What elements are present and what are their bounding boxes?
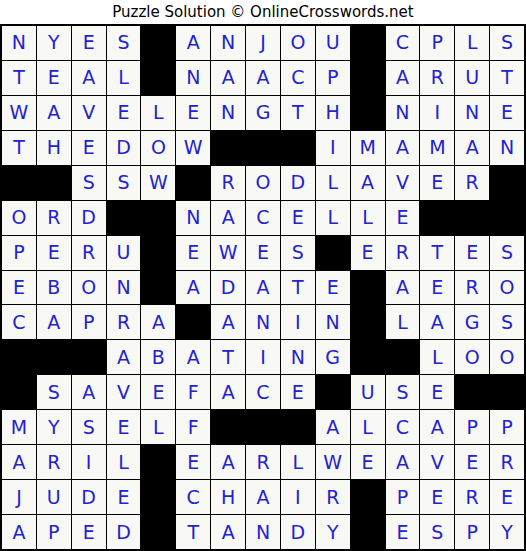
letter-cell-r7c2: E <box>37 236 71 270</box>
letter-cell-r1c13: P <box>420 26 454 60</box>
letter-cell-r7c4: U <box>107 236 141 270</box>
letter-cell-r2c1: T <box>2 61 36 95</box>
letter-cell-r11c5: E <box>141 375 175 409</box>
letter-cell-r9c2: A <box>37 305 71 339</box>
letter-cell-r14c8: A <box>246 480 280 514</box>
letter-cell-r7c6: E <box>176 236 210 270</box>
block-cell-r3c11 <box>351 96 385 130</box>
letter-cell-r7c12: R <box>386 236 420 270</box>
letter-cell-r6c7: A <box>211 201 245 235</box>
letter-cell-r12c1: M <box>2 410 36 444</box>
letter-cell-r6c2: R <box>37 201 71 235</box>
letter-cell-r15c9: D <box>281 515 315 549</box>
letter-cell-r3c14: N <box>455 96 489 130</box>
letter-cell-r9c1: C <box>2 305 36 339</box>
letter-cell-r3c8: G <box>246 96 280 130</box>
letter-cell-r11c6: F <box>176 375 210 409</box>
letter-cell-r10c15: O <box>490 340 524 374</box>
letter-cell-r3c6: E <box>176 96 210 130</box>
letter-cell-r9c15: S <box>490 305 524 339</box>
letter-cell-r8c12: A <box>386 271 420 305</box>
letter-cell-r1c15: S <box>490 26 524 60</box>
letter-cell-r9c10: N <box>316 305 350 339</box>
block-cell-r10c2 <box>37 340 71 374</box>
letter-cell-r10c8: I <box>246 340 280 374</box>
letter-cell-r13c10: W <box>316 445 350 479</box>
letter-cell-r5c7: R <box>211 166 245 200</box>
letter-cell-r12c2: Y <box>37 410 71 444</box>
letter-cell-r15c3: E <box>72 515 106 549</box>
block-cell-r9c6 <box>176 305 210 339</box>
letter-cell-r7c7: W <box>211 236 245 270</box>
letter-cell-r9c8: N <box>246 305 280 339</box>
letter-cell-r4c6: W <box>176 131 210 165</box>
letter-cell-r10c9: N <box>281 340 315 374</box>
letter-cell-r3c9: T <box>281 96 315 130</box>
letter-cell-r8c7: D <box>211 271 245 305</box>
letter-cell-r10c4: A <box>107 340 141 374</box>
block-cell-r12c7 <box>211 410 245 444</box>
letter-cell-r10c7: T <box>211 340 245 374</box>
block-cell-r11c10 <box>316 375 350 409</box>
letter-cell-r11c7: A <box>211 375 245 409</box>
letter-cell-r15c8: N <box>246 515 280 549</box>
letter-cell-r12c5: L <box>141 410 175 444</box>
letter-cell-r7c3: R <box>72 236 106 270</box>
letter-cell-r2c13: R <box>420 61 454 95</box>
block-cell-r4c8 <box>246 131 280 165</box>
letter-cell-r14c6: C <box>176 480 210 514</box>
letter-cell-r15c1: A <box>2 515 36 549</box>
letter-cell-r8c1: E <box>2 271 36 305</box>
letter-cell-r13c8: R <box>246 445 280 479</box>
letter-cell-r11c9: E <box>281 375 315 409</box>
letter-cell-r3c7: N <box>211 96 245 130</box>
block-cell-r15c5 <box>141 515 175 549</box>
letter-cell-r7c13: T <box>420 236 454 270</box>
letter-cell-r15c6: T <box>176 515 210 549</box>
letter-cell-r15c12: E <box>386 515 420 549</box>
letter-cell-r12c4: E <box>107 410 141 444</box>
letter-cell-r14c14: R <box>455 480 489 514</box>
letter-cell-r5c12: V <box>386 166 420 200</box>
letter-cell-r7c14: E <box>455 236 489 270</box>
block-cell-r2c5 <box>141 61 175 95</box>
letter-cell-r11c8: C <box>246 375 280 409</box>
letter-cell-r3c4: E <box>107 96 141 130</box>
letter-cell-r3c15: E <box>490 96 524 130</box>
letter-cell-r5c14: R <box>455 166 489 200</box>
letter-cell-r4c13: M <box>420 131 454 165</box>
letter-cell-r6c12: E <box>386 201 420 235</box>
letter-cell-r13c3: I <box>72 445 106 479</box>
letter-cell-r4c5: O <box>141 131 175 165</box>
letter-cell-r8c15: O <box>490 271 524 305</box>
block-cell-r6c14 <box>455 201 489 235</box>
letter-cell-r10c5: B <box>141 340 175 374</box>
letter-cell-r10c14: O <box>455 340 489 374</box>
letter-cell-r1c1: N <box>2 26 36 60</box>
letter-cell-r2c14: U <box>455 61 489 95</box>
letter-cell-r5c11: A <box>351 166 385 200</box>
letter-cell-r12c10: A <box>316 410 350 444</box>
letter-cell-r4c4: D <box>107 131 141 165</box>
letter-cell-r5c5: W <box>141 166 175 200</box>
letter-cell-r4c3: E <box>72 131 106 165</box>
letter-cell-r1c3: E <box>72 26 106 60</box>
letter-cell-r13c6: E <box>176 445 210 479</box>
block-cell-r14c5 <box>141 480 175 514</box>
letter-cell-r13c2: R <box>37 445 71 479</box>
letter-cell-r13c4: L <box>107 445 141 479</box>
letter-cell-r6c6: N <box>176 201 210 235</box>
letter-cell-r5c10: L <box>316 166 350 200</box>
letter-cell-r14c2: U <box>37 480 71 514</box>
block-cell-r13c5 <box>141 445 175 479</box>
letter-cell-r9c13: A <box>420 305 454 339</box>
letter-cell-r4c14: A <box>455 131 489 165</box>
block-cell-r5c15 <box>490 166 524 200</box>
letter-cell-r2c8: A <box>246 61 280 95</box>
letter-cell-r8c14: R <box>455 271 489 305</box>
letter-cell-r7c9: S <box>281 236 315 270</box>
letter-cell-r1c12: C <box>386 26 420 60</box>
letter-cell-r12c6: F <box>176 410 210 444</box>
block-cell-r1c5 <box>141 26 175 60</box>
letter-cell-r15c2: P <box>37 515 71 549</box>
letter-cell-r1c7: N <box>211 26 245 60</box>
block-cell-r5c6 <box>176 166 210 200</box>
crossword-solution-page: Puzzle Solution © OnlineCrosswords.net N… <box>0 0 526 551</box>
letter-cell-r5c8: O <box>246 166 280 200</box>
letter-cell-r14c13: E <box>420 480 454 514</box>
letter-cell-r8c6: A <box>176 271 210 305</box>
letter-cell-r3c2: A <box>37 96 71 130</box>
letter-cell-r10c13: L <box>420 340 454 374</box>
letter-cell-r15c13: S <box>420 515 454 549</box>
letter-cell-r2c7: A <box>211 61 245 95</box>
letter-cell-r3c5: L <box>141 96 175 130</box>
letter-cell-r2c6: N <box>176 61 210 95</box>
block-cell-r6c15 <box>490 201 524 235</box>
letter-cell-r14c4: E <box>107 480 141 514</box>
block-cell-r10c12 <box>386 340 420 374</box>
letter-cell-r3c12: N <box>386 96 420 130</box>
letter-cell-r14c10: R <box>316 480 350 514</box>
letter-cell-r13c11: E <box>351 445 385 479</box>
block-cell-r5c1 <box>2 166 36 200</box>
letter-cell-r13c9: L <box>281 445 315 479</box>
letter-cell-r6c11: L <box>351 201 385 235</box>
block-cell-r10c11 <box>351 340 385 374</box>
letter-cell-r13c15: R <box>490 445 524 479</box>
letter-cell-r3c13: I <box>420 96 454 130</box>
letter-cell-r15c15: Y <box>490 515 524 549</box>
block-cell-r11c1 <box>2 375 36 409</box>
letter-cell-r8c3: O <box>72 271 106 305</box>
letter-cell-r2c3: A <box>72 61 106 95</box>
letter-cell-r5c9: D <box>281 166 315 200</box>
block-cell-r6c5 <box>141 201 175 235</box>
letter-cell-r5c13: E <box>420 166 454 200</box>
block-cell-r2c11 <box>351 61 385 95</box>
letter-cell-r1c2: Y <box>37 26 71 60</box>
letter-cell-r6c8: C <box>246 201 280 235</box>
block-cell-r9c11 <box>351 305 385 339</box>
block-cell-r5c2 <box>37 166 71 200</box>
letter-cell-r8c4: N <box>107 271 141 305</box>
crossword-grid: NYESANJOUCPLSTEALNAACPARUTWAVELENGTHNINE… <box>0 24 526 551</box>
letter-cell-r2c10: P <box>316 61 350 95</box>
letter-cell-r11c11: U <box>351 375 385 409</box>
letter-cell-r6c3: D <box>72 201 106 235</box>
letter-cell-r4c2: H <box>37 131 71 165</box>
letter-cell-r15c7: A <box>211 515 245 549</box>
block-cell-r6c4 <box>107 201 141 235</box>
letter-cell-r15c14: P <box>455 515 489 549</box>
letter-cell-r12c14: P <box>455 410 489 444</box>
block-cell-r11c14 <box>455 375 489 409</box>
block-cell-r8c11 <box>351 271 385 305</box>
letter-cell-r4c10: I <box>316 131 350 165</box>
block-cell-r14c11 <box>351 480 385 514</box>
letter-cell-r10c6: A <box>176 340 210 374</box>
letter-cell-r1c4: S <box>107 26 141 60</box>
letter-cell-r2c12: A <box>386 61 420 95</box>
letter-cell-r7c15: S <box>490 236 524 270</box>
letter-cell-r4c12: A <box>386 131 420 165</box>
letter-cell-r14c12: P <box>386 480 420 514</box>
letter-cell-r9c7: A <box>211 305 245 339</box>
letter-cell-r13c7: A <box>211 445 245 479</box>
block-cell-r4c7 <box>211 131 245 165</box>
letter-cell-r1c9: O <box>281 26 315 60</box>
block-cell-r8c5 <box>141 271 175 305</box>
block-cell-r10c3 <box>72 340 106 374</box>
page-title: Puzzle Solution © OnlineCrosswords.net <box>0 0 526 24</box>
letter-cell-r9c14: G <box>455 305 489 339</box>
letter-cell-r13c1: A <box>2 445 36 479</box>
letter-cell-r8c13: E <box>420 271 454 305</box>
letter-cell-r7c1: P <box>2 236 36 270</box>
letter-cell-r14c7: H <box>211 480 245 514</box>
letter-cell-r3c1: W <box>2 96 36 130</box>
letter-cell-r1c6: A <box>176 26 210 60</box>
block-cell-r12c9 <box>281 410 315 444</box>
letter-cell-r11c13: E <box>420 375 454 409</box>
letter-cell-r14c15: E <box>490 480 524 514</box>
letter-cell-r8c8: A <box>246 271 280 305</box>
letter-cell-r14c9: I <box>281 480 315 514</box>
letter-cell-r11c12: S <box>386 375 420 409</box>
letter-cell-r12c15: P <box>490 410 524 444</box>
letter-cell-r1c14: L <box>455 26 489 60</box>
letter-cell-r13c13: V <box>420 445 454 479</box>
letter-cell-r13c12: A <box>386 445 420 479</box>
letter-cell-r9c5: A <box>141 305 175 339</box>
block-cell-r12c8 <box>246 410 280 444</box>
letter-cell-r9c3: P <box>72 305 106 339</box>
letter-cell-r6c1: O <box>2 201 36 235</box>
letter-cell-r9c9: I <box>281 305 315 339</box>
letter-cell-r8c10: E <box>316 271 350 305</box>
letter-cell-r2c4: L <box>107 61 141 95</box>
letter-cell-r12c3: S <box>72 410 106 444</box>
letter-cell-r7c11: E <box>351 236 385 270</box>
letter-cell-r8c9: T <box>281 271 315 305</box>
letter-cell-r14c1: J <box>2 480 36 514</box>
letter-cell-r13c14: E <box>455 445 489 479</box>
letter-cell-r9c12: L <box>386 305 420 339</box>
block-cell-r7c10 <box>316 236 350 270</box>
letter-cell-r12c11: L <box>351 410 385 444</box>
letter-cell-r12c13: A <box>420 410 454 444</box>
letter-cell-r11c2: S <box>37 375 71 409</box>
letter-cell-r2c15: T <box>490 61 524 95</box>
letter-cell-r12c12: C <box>386 410 420 444</box>
letter-cell-r1c8: J <box>246 26 280 60</box>
block-cell-r6c13 <box>420 201 454 235</box>
letter-cell-r14c3: D <box>72 480 106 514</box>
block-cell-r10c1 <box>2 340 36 374</box>
block-cell-r11c15 <box>490 375 524 409</box>
letter-cell-r4c1: T <box>2 131 36 165</box>
letter-cell-r5c3: S <box>72 166 106 200</box>
letter-cell-r8c2: B <box>37 271 71 305</box>
letter-cell-r4c15: N <box>490 131 524 165</box>
letter-cell-r10c10: G <box>316 340 350 374</box>
letter-cell-r11c3: A <box>72 375 106 409</box>
letter-cell-r11c4: V <box>107 375 141 409</box>
block-cell-r7c5 <box>141 236 175 270</box>
letter-cell-r3c10: H <box>316 96 350 130</box>
letter-cell-r1c10: U <box>316 26 350 60</box>
letter-cell-r9c4: R <box>107 305 141 339</box>
letter-cell-r6c10: L <box>316 201 350 235</box>
block-cell-r1c11 <box>351 26 385 60</box>
block-cell-r15c11 <box>351 515 385 549</box>
letter-cell-r3c3: V <box>72 96 106 130</box>
letter-cell-r7c8: E <box>246 236 280 270</box>
letter-cell-r6c9: E <box>281 201 315 235</box>
block-cell-r4c9 <box>281 131 315 165</box>
letter-cell-r15c4: D <box>107 515 141 549</box>
letter-cell-r5c4: S <box>107 166 141 200</box>
letter-cell-r4c11: M <box>351 131 385 165</box>
letter-cell-r2c2: E <box>37 61 71 95</box>
letter-cell-r2c9: C <box>281 61 315 95</box>
letter-cell-r15c10: Y <box>316 515 350 549</box>
